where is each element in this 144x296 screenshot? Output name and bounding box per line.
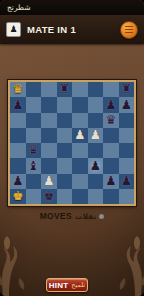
floral-ornament-left (0, 234, 31, 296)
square-b4[interactable]: ♛ (26, 143, 42, 158)
square-b1[interactable] (26, 189, 42, 204)
square-h2[interactable]: ♟ (119, 174, 135, 189)
square-d3[interactable] (57, 158, 73, 173)
square-h6[interactable] (119, 113, 135, 128)
white-pawn-c2[interactable]: ♟ (43, 174, 54, 187)
square-f7[interactable] (88, 97, 104, 112)
black-pawn-g2[interactable]: ♟ (105, 174, 116, 187)
square-d5[interactable] (57, 128, 73, 143)
square-a5[interactable] (10, 128, 26, 143)
floral-ornament-right (113, 234, 144, 296)
square-b2[interactable] (26, 174, 42, 189)
square-g3[interactable] (103, 158, 119, 173)
square-g4[interactable] (103, 143, 119, 158)
white-queen-a8[interactable]: ♛ (12, 83, 23, 96)
black-pawn-h7[interactable]: ♟ (121, 98, 132, 111)
square-h4[interactable] (119, 143, 135, 158)
board-frame: ♛♜♜♟♟♟♛♟♟♛♝♟♟♟♟♟♚♚ (8, 80, 136, 206)
hint-label: HINT (49, 281, 68, 290)
black-pawn-g7[interactable]: ♟ (105, 98, 116, 111)
square-d6[interactable] (57, 113, 73, 128)
square-c6[interactable] (41, 113, 57, 128)
hint-label-arabic: تلميح (71, 281, 85, 289)
square-h8[interactable]: ♜ (119, 82, 135, 97)
square-a3[interactable] (10, 158, 26, 173)
square-a7[interactable]: ♟ (10, 97, 26, 112)
black-king-c1[interactable]: ♚ (43, 190, 54, 203)
square-c2[interactable]: ♟ (41, 174, 57, 189)
black-pawn-f3[interactable]: ♟ (90, 159, 101, 172)
black-queen-b4[interactable]: ♛ (28, 144, 39, 157)
square-e2[interactable] (72, 174, 88, 189)
square-d2[interactable] (57, 174, 73, 189)
square-c1[interactable]: ♚ (41, 189, 57, 204)
square-g1[interactable] (103, 189, 119, 204)
square-a1[interactable]: ♚ (10, 189, 26, 204)
header-bar: ♟ MATE IN 1 (0, 15, 144, 44)
square-g2[interactable]: ♟ (103, 174, 119, 189)
square-c7[interactable] (41, 97, 57, 112)
square-e7[interactable] (72, 97, 88, 112)
square-a6[interactable] (10, 113, 26, 128)
square-h7[interactable]: ♟ (119, 97, 135, 112)
hamburger-menu-icon (125, 26, 133, 28)
moves-label: MOVES (40, 211, 72, 221)
square-f4[interactable] (88, 143, 104, 158)
black-pawn-a7[interactable]: ♟ (12, 98, 23, 111)
status-bar-title: شطرنج (0, 3, 31, 12)
black-rook-d8[interactable]: ♜ (59, 83, 70, 96)
square-d4[interactable] (57, 143, 73, 158)
moves-label-arabic: نقلات (75, 212, 96, 221)
square-a4[interactable] (10, 143, 26, 158)
square-f3[interactable]: ♟ (88, 158, 104, 173)
square-g7[interactable]: ♟ (103, 97, 119, 112)
square-a2[interactable]: ♟ (10, 174, 26, 189)
square-f8[interactable] (88, 82, 104, 97)
square-f6[interactable] (88, 113, 104, 128)
moves-bar: MOVES نقلات (0, 210, 144, 222)
app-screen: شطرنج ♟ MATE IN 1 ♛♜♜♟♟♟♛♟♟♛♝♟♟♟♟♟♚♚ MOV… (0, 0, 144, 296)
moves-counter-dot (99, 214, 104, 219)
white-pawn-e5[interactable]: ♟ (74, 129, 85, 142)
square-e5[interactable]: ♟ (72, 128, 88, 143)
square-d7[interactable] (57, 97, 73, 112)
black-pawn-h2[interactable]: ♟ (121, 174, 132, 187)
pawn-glyph: ♟ (9, 25, 17, 34)
square-b3[interactable]: ♝ (26, 158, 42, 173)
square-h5[interactable] (119, 128, 135, 143)
square-b6[interactable] (26, 113, 42, 128)
square-b7[interactable] (26, 97, 42, 112)
square-d8[interactable]: ♜ (57, 82, 73, 97)
white-pawn-f5[interactable]: ♟ (90, 129, 101, 142)
square-c3[interactable] (41, 158, 57, 173)
square-e3[interactable] (72, 158, 88, 173)
page-title: MATE IN 1 (27, 24, 120, 35)
square-g6[interactable]: ♛ (103, 113, 119, 128)
white-king-a1[interactable]: ♚ (12, 190, 23, 203)
black-rook-h8[interactable]: ♜ (121, 83, 132, 96)
square-g8[interactable] (103, 82, 119, 97)
black-bishop-b3[interactable]: ♝ (28, 159, 39, 172)
black-queen-g6[interactable]: ♛ (105, 113, 116, 126)
square-d1[interactable] (57, 189, 73, 204)
square-e1[interactable] (72, 189, 88, 204)
square-g5[interactable] (103, 128, 119, 143)
square-e4[interactable] (72, 143, 88, 158)
menu-button[interactable] (120, 21, 138, 39)
square-f5[interactable]: ♟ (88, 128, 104, 143)
square-c4[interactable] (41, 143, 57, 158)
pawn-photo-icon: ♟ (6, 22, 21, 37)
square-b8[interactable] (26, 82, 42, 97)
square-c5[interactable] (41, 128, 57, 143)
square-a8[interactable]: ♛ (10, 82, 26, 97)
square-f1[interactable] (88, 189, 104, 204)
chess-board[interactable]: ♛♜♜♟♟♟♛♟♟♛♝♟♟♟♟♟♚♚ (10, 82, 134, 204)
black-pawn-a2[interactable]: ♟ (12, 174, 23, 187)
square-h1[interactable] (119, 189, 135, 204)
square-b5[interactable] (26, 128, 42, 143)
square-h3[interactable] (119, 158, 135, 173)
square-f2[interactable] (88, 174, 104, 189)
hint-button[interactable]: HINT تلميح (46, 278, 88, 292)
status-bar: شطرنج (0, 0, 144, 15)
square-e6[interactable] (72, 113, 88, 128)
square-c8[interactable] (41, 82, 57, 97)
square-e8[interactable] (72, 82, 88, 97)
